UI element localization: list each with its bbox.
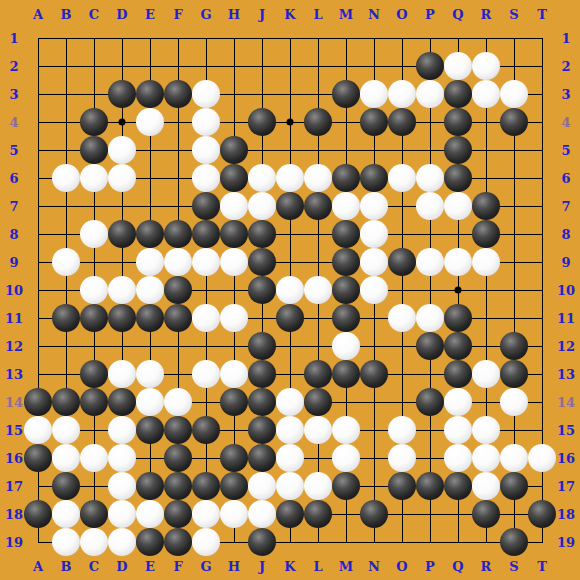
intersection-L15[interactable]: [304, 416, 332, 444]
intersection-F16[interactable]: [164, 444, 192, 472]
intersection-M11[interactable]: [332, 304, 360, 332]
intersection-C11[interactable]: [80, 304, 108, 332]
intersection-S3[interactable]: [500, 80, 528, 108]
intersection-P11[interactable]: [416, 304, 444, 332]
intersection-G3[interactable]: [192, 80, 220, 108]
intersection-B17[interactable]: [52, 472, 80, 500]
intersection-R4[interactable]: [472, 108, 500, 136]
intersection-M7[interactable]: [332, 192, 360, 220]
intersection-N19[interactable]: [360, 528, 388, 556]
intersection-K2[interactable]: [276, 52, 304, 80]
intersection-F3[interactable]: [164, 80, 192, 108]
intersection-E11[interactable]: [136, 304, 164, 332]
intersection-H17[interactable]: [220, 472, 248, 500]
intersection-P13[interactable]: [416, 360, 444, 388]
intersection-G4[interactable]: [192, 108, 220, 136]
intersection-K15[interactable]: [276, 416, 304, 444]
intersection-C4[interactable]: [80, 108, 108, 136]
intersection-G9[interactable]: [192, 248, 220, 276]
intersection-A9[interactable]: [24, 248, 52, 276]
intersection-M19[interactable]: [332, 528, 360, 556]
intersection-M13[interactable]: [332, 360, 360, 388]
intersection-O11[interactable]: [388, 304, 416, 332]
intersection-T4[interactable]: [528, 108, 556, 136]
intersection-P5[interactable]: [416, 136, 444, 164]
intersection-O12[interactable]: [388, 332, 416, 360]
intersection-N3[interactable]: [360, 80, 388, 108]
intersection-S4[interactable]: [500, 108, 528, 136]
intersection-S15[interactable]: [500, 416, 528, 444]
intersection-H1[interactable]: [220, 24, 248, 52]
intersection-R18[interactable]: [472, 500, 500, 528]
intersection-N10[interactable]: [360, 276, 388, 304]
intersection-B19[interactable]: [52, 528, 80, 556]
intersection-M15[interactable]: [332, 416, 360, 444]
intersection-L11[interactable]: [304, 304, 332, 332]
intersection-B16[interactable]: [52, 444, 80, 472]
intersection-N12[interactable]: [360, 332, 388, 360]
intersection-M14[interactable]: [332, 388, 360, 416]
intersection-L6[interactable]: [304, 164, 332, 192]
intersection-N4[interactable]: [360, 108, 388, 136]
intersection-G8[interactable]: [192, 220, 220, 248]
intersection-Q10[interactable]: [444, 276, 472, 304]
intersection-A2[interactable]: [24, 52, 52, 80]
intersection-S18[interactable]: [500, 500, 528, 528]
intersection-J1[interactable]: [248, 24, 276, 52]
intersection-G18[interactable]: [192, 500, 220, 528]
intersection-H8[interactable]: [220, 220, 248, 248]
intersection-H15[interactable]: [220, 416, 248, 444]
intersection-R9[interactable]: [472, 248, 500, 276]
intersection-T13[interactable]: [528, 360, 556, 388]
intersection-E3[interactable]: [136, 80, 164, 108]
intersection-J7[interactable]: [248, 192, 276, 220]
intersection-Q9[interactable]: [444, 248, 472, 276]
intersection-R7[interactable]: [472, 192, 500, 220]
intersection-Q8[interactable]: [444, 220, 472, 248]
intersection-B18[interactable]: [52, 500, 80, 528]
intersection-S10[interactable]: [500, 276, 528, 304]
intersection-A6[interactable]: [24, 164, 52, 192]
intersection-J9[interactable]: [248, 248, 276, 276]
intersection-O7[interactable]: [388, 192, 416, 220]
intersection-E7[interactable]: [136, 192, 164, 220]
intersection-G6[interactable]: [192, 164, 220, 192]
intersection-G1[interactable]: [192, 24, 220, 52]
intersection-J19[interactable]: [248, 528, 276, 556]
intersection-R17[interactable]: [472, 472, 500, 500]
intersection-M1[interactable]: [332, 24, 360, 52]
intersection-A15[interactable]: [24, 416, 52, 444]
intersection-P12[interactable]: [416, 332, 444, 360]
intersection-N5[interactable]: [360, 136, 388, 164]
intersection-K19[interactable]: [276, 528, 304, 556]
intersection-L2[interactable]: [304, 52, 332, 80]
intersection-B7[interactable]: [52, 192, 80, 220]
intersection-L4[interactable]: [304, 108, 332, 136]
intersection-A10[interactable]: [24, 276, 52, 304]
intersection-T7[interactable]: [528, 192, 556, 220]
intersection-C2[interactable]: [80, 52, 108, 80]
intersection-O5[interactable]: [388, 136, 416, 164]
intersection-Q2[interactable]: [444, 52, 472, 80]
intersection-E16[interactable]: [136, 444, 164, 472]
intersection-L12[interactable]: [304, 332, 332, 360]
intersection-N2[interactable]: [360, 52, 388, 80]
intersection-S2[interactable]: [500, 52, 528, 80]
intersection-O2[interactable]: [388, 52, 416, 80]
intersection-D19[interactable]: [108, 528, 136, 556]
intersection-O16[interactable]: [388, 444, 416, 472]
intersection-T10[interactable]: [528, 276, 556, 304]
intersection-D15[interactable]: [108, 416, 136, 444]
intersection-N6[interactable]: [360, 164, 388, 192]
intersection-T5[interactable]: [528, 136, 556, 164]
intersection-M17[interactable]: [332, 472, 360, 500]
intersection-D10[interactable]: [108, 276, 136, 304]
intersection-B10[interactable]: [52, 276, 80, 304]
intersection-M12[interactable]: [332, 332, 360, 360]
intersection-L14[interactable]: [304, 388, 332, 416]
intersection-M8[interactable]: [332, 220, 360, 248]
intersection-H2[interactable]: [220, 52, 248, 80]
intersection-T19[interactable]: [528, 528, 556, 556]
intersection-B2[interactable]: [52, 52, 80, 80]
intersection-E18[interactable]: [136, 500, 164, 528]
intersection-C9[interactable]: [80, 248, 108, 276]
intersection-N1[interactable]: [360, 24, 388, 52]
intersection-S19[interactable]: [500, 528, 528, 556]
intersection-L17[interactable]: [304, 472, 332, 500]
intersection-P6[interactable]: [416, 164, 444, 192]
intersection-F2[interactable]: [164, 52, 192, 80]
intersection-K13[interactable]: [276, 360, 304, 388]
intersection-D13[interactable]: [108, 360, 136, 388]
intersection-J12[interactable]: [248, 332, 276, 360]
intersection-H10[interactable]: [220, 276, 248, 304]
intersection-J13[interactable]: [248, 360, 276, 388]
intersection-G17[interactable]: [192, 472, 220, 500]
intersection-T15[interactable]: [528, 416, 556, 444]
intersection-G11[interactable]: [192, 304, 220, 332]
intersection-S7[interactable]: [500, 192, 528, 220]
intersection-A7[interactable]: [24, 192, 52, 220]
intersection-R8[interactable]: [472, 220, 500, 248]
intersection-K12[interactable]: [276, 332, 304, 360]
intersection-D5[interactable]: [108, 136, 136, 164]
intersection-N16[interactable]: [360, 444, 388, 472]
intersection-Q16[interactable]: [444, 444, 472, 472]
intersection-D12[interactable]: [108, 332, 136, 360]
intersection-M16[interactable]: [332, 444, 360, 472]
intersection-K6[interactable]: [276, 164, 304, 192]
intersection-F14[interactable]: [164, 388, 192, 416]
intersection-O10[interactable]: [388, 276, 416, 304]
intersection-R11[interactable]: [472, 304, 500, 332]
intersection-T9[interactable]: [528, 248, 556, 276]
intersection-Q14[interactable]: [444, 388, 472, 416]
intersection-E8[interactable]: [136, 220, 164, 248]
intersection-Q17[interactable]: [444, 472, 472, 500]
intersection-O6[interactable]: [388, 164, 416, 192]
intersection-T3[interactable]: [528, 80, 556, 108]
intersection-A14[interactable]: [24, 388, 52, 416]
intersection-K9[interactable]: [276, 248, 304, 276]
intersection-H4[interactable]: [220, 108, 248, 136]
intersection-S12[interactable]: [500, 332, 528, 360]
intersection-F9[interactable]: [164, 248, 192, 276]
intersection-L13[interactable]: [304, 360, 332, 388]
intersection-M10[interactable]: [332, 276, 360, 304]
intersection-O17[interactable]: [388, 472, 416, 500]
intersection-E6[interactable]: [136, 164, 164, 192]
intersection-P18[interactable]: [416, 500, 444, 528]
intersection-C17[interactable]: [80, 472, 108, 500]
intersection-O4[interactable]: [388, 108, 416, 136]
intersection-E15[interactable]: [136, 416, 164, 444]
intersection-S6[interactable]: [500, 164, 528, 192]
intersection-S11[interactable]: [500, 304, 528, 332]
intersection-B8[interactable]: [52, 220, 80, 248]
intersection-T18[interactable]: [528, 500, 556, 528]
intersection-C5[interactable]: [80, 136, 108, 164]
intersection-H7[interactable]: [220, 192, 248, 220]
intersection-J17[interactable]: [248, 472, 276, 500]
intersection-J4[interactable]: [248, 108, 276, 136]
intersection-S14[interactable]: [500, 388, 528, 416]
intersection-L10[interactable]: [304, 276, 332, 304]
intersection-Q5[interactable]: [444, 136, 472, 164]
intersection-B3[interactable]: [52, 80, 80, 108]
intersection-J15[interactable]: [248, 416, 276, 444]
intersection-J8[interactable]: [248, 220, 276, 248]
intersection-K14[interactable]: [276, 388, 304, 416]
intersection-M9[interactable]: [332, 248, 360, 276]
intersection-H6[interactable]: [220, 164, 248, 192]
intersection-L8[interactable]: [304, 220, 332, 248]
intersection-P15[interactable]: [416, 416, 444, 444]
intersection-P9[interactable]: [416, 248, 444, 276]
intersection-F5[interactable]: [164, 136, 192, 164]
intersection-D4[interactable]: [108, 108, 136, 136]
intersection-H3[interactable]: [220, 80, 248, 108]
intersection-A4[interactable]: [24, 108, 52, 136]
intersection-B9[interactable]: [52, 248, 80, 276]
intersection-R13[interactable]: [472, 360, 500, 388]
intersection-D16[interactable]: [108, 444, 136, 472]
intersection-B4[interactable]: [52, 108, 80, 136]
intersection-T17[interactable]: [528, 472, 556, 500]
intersection-G7[interactable]: [192, 192, 220, 220]
intersection-G10[interactable]: [192, 276, 220, 304]
intersection-P19[interactable]: [416, 528, 444, 556]
intersection-F11[interactable]: [164, 304, 192, 332]
intersection-Q1[interactable]: [444, 24, 472, 52]
intersection-Q3[interactable]: [444, 80, 472, 108]
intersection-H19[interactable]: [220, 528, 248, 556]
intersection-D7[interactable]: [108, 192, 136, 220]
intersection-S17[interactable]: [500, 472, 528, 500]
intersection-Q15[interactable]: [444, 416, 472, 444]
intersection-K11[interactable]: [276, 304, 304, 332]
intersection-C1[interactable]: [80, 24, 108, 52]
intersection-A16[interactable]: [24, 444, 52, 472]
intersection-G2[interactable]: [192, 52, 220, 80]
intersection-K18[interactable]: [276, 500, 304, 528]
intersection-G5[interactable]: [192, 136, 220, 164]
intersection-O13[interactable]: [388, 360, 416, 388]
intersection-D1[interactable]: [108, 24, 136, 52]
intersection-B14[interactable]: [52, 388, 80, 416]
intersection-E4[interactable]: [136, 108, 164, 136]
intersection-P1[interactable]: [416, 24, 444, 52]
intersection-C6[interactable]: [80, 164, 108, 192]
intersection-C13[interactable]: [80, 360, 108, 388]
intersection-E9[interactable]: [136, 248, 164, 276]
intersection-L3[interactable]: [304, 80, 332, 108]
intersection-K7[interactable]: [276, 192, 304, 220]
intersection-L7[interactable]: [304, 192, 332, 220]
intersection-N15[interactable]: [360, 416, 388, 444]
intersection-H16[interactable]: [220, 444, 248, 472]
intersection-A3[interactable]: [24, 80, 52, 108]
intersection-F12[interactable]: [164, 332, 192, 360]
intersection-A12[interactable]: [24, 332, 52, 360]
intersection-E5[interactable]: [136, 136, 164, 164]
intersection-Q12[interactable]: [444, 332, 472, 360]
intersection-D2[interactable]: [108, 52, 136, 80]
intersection-H9[interactable]: [220, 248, 248, 276]
intersection-Q13[interactable]: [444, 360, 472, 388]
intersection-F17[interactable]: [164, 472, 192, 500]
intersection-S1[interactable]: [500, 24, 528, 52]
intersection-L5[interactable]: [304, 136, 332, 164]
intersection-A18[interactable]: [24, 500, 52, 528]
intersection-N8[interactable]: [360, 220, 388, 248]
intersection-N13[interactable]: [360, 360, 388, 388]
intersection-R1[interactable]: [472, 24, 500, 52]
intersection-G16[interactable]: [192, 444, 220, 472]
intersection-T11[interactable]: [528, 304, 556, 332]
intersection-D3[interactable]: [108, 80, 136, 108]
intersection-L18[interactable]: [304, 500, 332, 528]
intersection-T14[interactable]: [528, 388, 556, 416]
intersection-D17[interactable]: [108, 472, 136, 500]
intersection-A13[interactable]: [24, 360, 52, 388]
intersection-O15[interactable]: [388, 416, 416, 444]
intersection-S13[interactable]: [500, 360, 528, 388]
intersection-E13[interactable]: [136, 360, 164, 388]
intersection-F19[interactable]: [164, 528, 192, 556]
intersection-K1[interactable]: [276, 24, 304, 52]
intersection-E17[interactable]: [136, 472, 164, 500]
intersection-R19[interactable]: [472, 528, 500, 556]
intersection-C16[interactable]: [80, 444, 108, 472]
intersection-E1[interactable]: [136, 24, 164, 52]
intersection-D14[interactable]: [108, 388, 136, 416]
intersection-B11[interactable]: [52, 304, 80, 332]
intersection-R5[interactable]: [472, 136, 500, 164]
intersection-P2[interactable]: [416, 52, 444, 80]
intersection-K10[interactable]: [276, 276, 304, 304]
intersection-N7[interactable]: [360, 192, 388, 220]
intersection-O19[interactable]: [388, 528, 416, 556]
intersection-M2[interactable]: [332, 52, 360, 80]
intersection-T6[interactable]: [528, 164, 556, 192]
intersection-F1[interactable]: [164, 24, 192, 52]
intersection-R10[interactable]: [472, 276, 500, 304]
intersection-Q6[interactable]: [444, 164, 472, 192]
intersection-O14[interactable]: [388, 388, 416, 416]
intersection-T16[interactable]: [528, 444, 556, 472]
intersection-C12[interactable]: [80, 332, 108, 360]
intersection-B6[interactable]: [52, 164, 80, 192]
intersection-D6[interactable]: [108, 164, 136, 192]
intersection-C3[interactable]: [80, 80, 108, 108]
intersection-P7[interactable]: [416, 192, 444, 220]
intersection-K16[interactable]: [276, 444, 304, 472]
intersection-P16[interactable]: [416, 444, 444, 472]
intersection-S5[interactable]: [500, 136, 528, 164]
intersection-F10[interactable]: [164, 276, 192, 304]
intersection-O18[interactable]: [388, 500, 416, 528]
intersection-A8[interactable]: [24, 220, 52, 248]
intersection-B5[interactable]: [52, 136, 80, 164]
intersection-J5[interactable]: [248, 136, 276, 164]
intersection-N18[interactable]: [360, 500, 388, 528]
intersection-Q7[interactable]: [444, 192, 472, 220]
intersection-T2[interactable]: [528, 52, 556, 80]
intersection-L19[interactable]: [304, 528, 332, 556]
intersection-L1[interactable]: [304, 24, 332, 52]
intersection-E19[interactable]: [136, 528, 164, 556]
intersection-O8[interactable]: [388, 220, 416, 248]
intersection-L16[interactable]: [304, 444, 332, 472]
intersection-T8[interactable]: [528, 220, 556, 248]
intersection-H13[interactable]: [220, 360, 248, 388]
intersection-R15[interactable]: [472, 416, 500, 444]
intersection-C8[interactable]: [80, 220, 108, 248]
intersection-R12[interactable]: [472, 332, 500, 360]
intersection-Q19[interactable]: [444, 528, 472, 556]
intersection-N9[interactable]: [360, 248, 388, 276]
intersection-G12[interactable]: [192, 332, 220, 360]
intersection-J10[interactable]: [248, 276, 276, 304]
intersection-E10[interactable]: [136, 276, 164, 304]
intersection-R14[interactable]: [472, 388, 500, 416]
intersection-A19[interactable]: [24, 528, 52, 556]
intersection-R3[interactable]: [472, 80, 500, 108]
intersection-D18[interactable]: [108, 500, 136, 528]
intersection-T12[interactable]: [528, 332, 556, 360]
intersection-P14[interactable]: [416, 388, 444, 416]
intersection-B1[interactable]: [52, 24, 80, 52]
intersection-P10[interactable]: [416, 276, 444, 304]
intersection-K17[interactable]: [276, 472, 304, 500]
intersection-F8[interactable]: [164, 220, 192, 248]
intersection-J14[interactable]: [248, 388, 276, 416]
intersection-H5[interactable]: [220, 136, 248, 164]
intersection-H14[interactable]: [220, 388, 248, 416]
intersection-N14[interactable]: [360, 388, 388, 416]
intersection-K3[interactable]: [276, 80, 304, 108]
intersection-E14[interactable]: [136, 388, 164, 416]
intersection-F7[interactable]: [164, 192, 192, 220]
intersection-O9[interactable]: [388, 248, 416, 276]
intersection-S8[interactable]: [500, 220, 528, 248]
intersection-A11[interactable]: [24, 304, 52, 332]
